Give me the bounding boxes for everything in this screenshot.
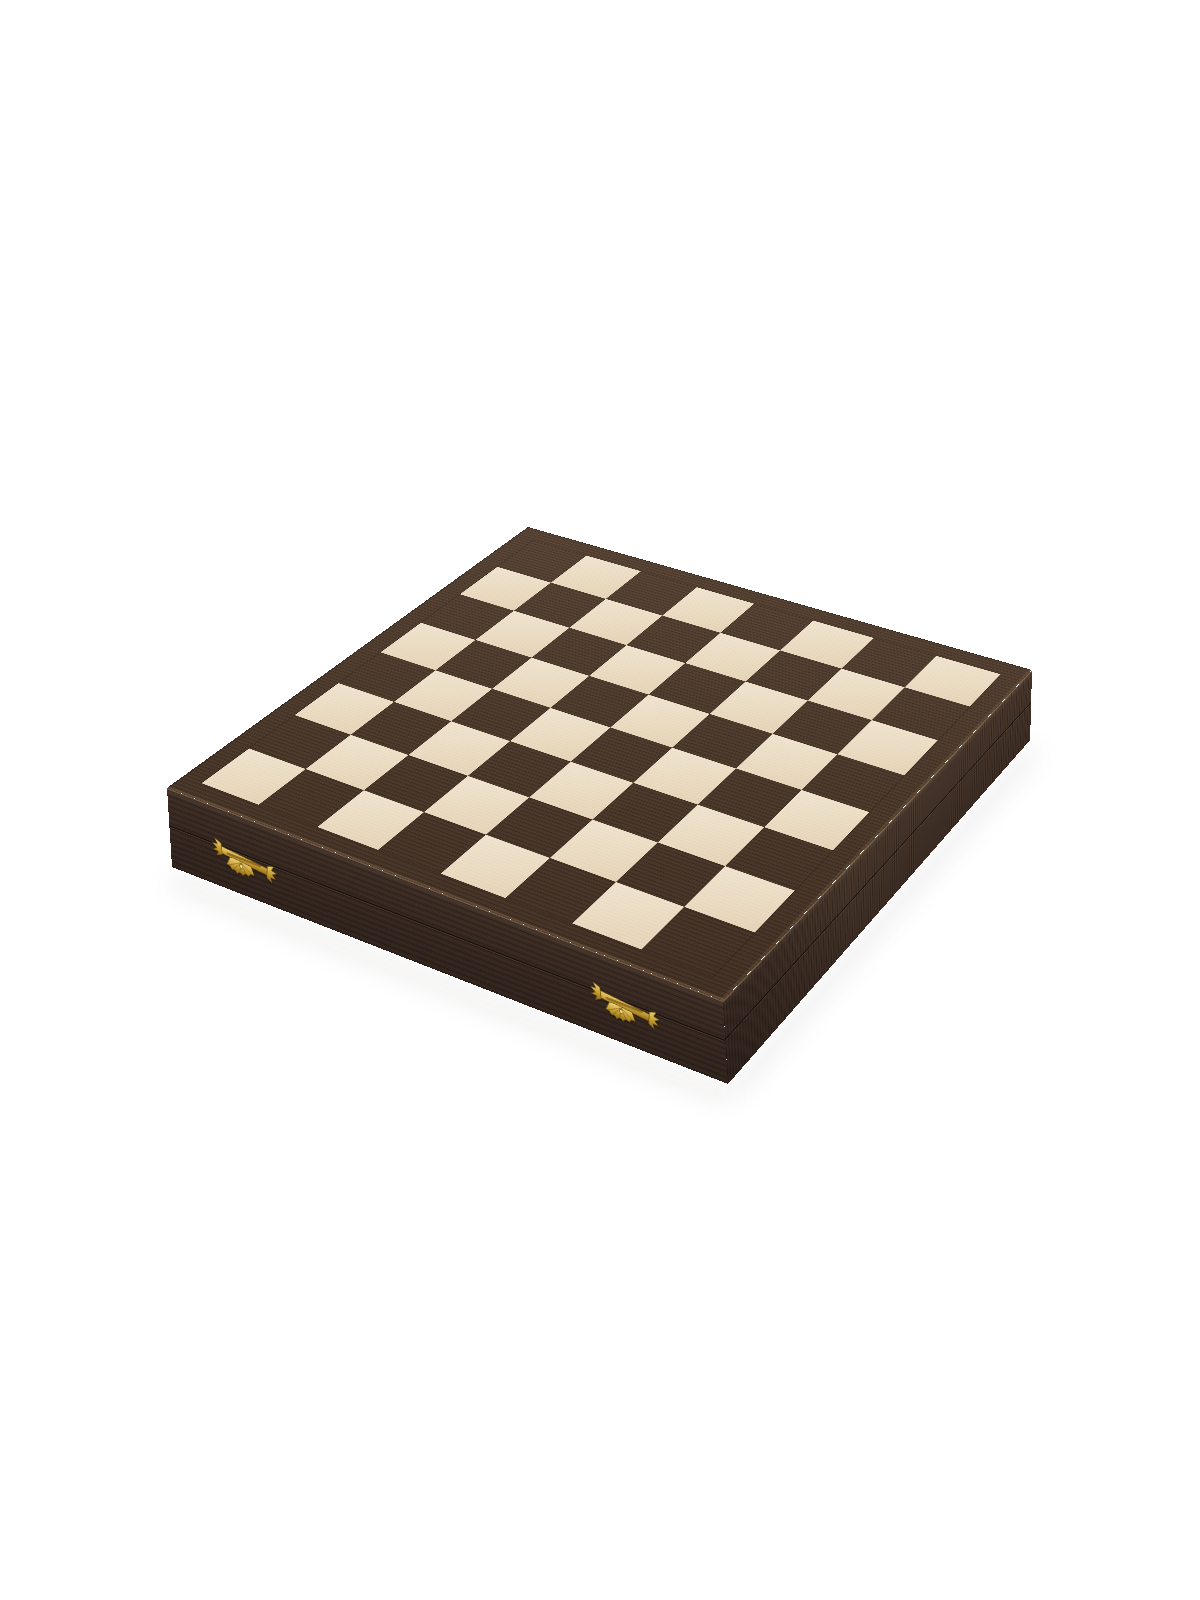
brass-clasp-icon (590, 973, 661, 1041)
clasp-finial-right (266, 864, 277, 885)
clasp-finial-left (212, 837, 223, 857)
product-photo-canvas (0, 0, 1200, 1600)
brass-clasp-icon (212, 829, 278, 894)
